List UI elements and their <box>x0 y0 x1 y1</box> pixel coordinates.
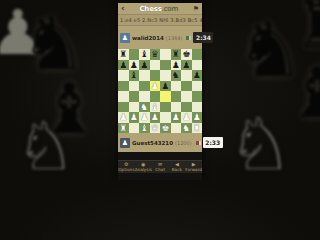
opponent-player-bar[interactable]: ♟ walid2014 (1364) 2:34 <box>118 26 202 49</box>
square-b3[interactable] <box>129 102 140 113</box>
back-label: Back <box>172 167 182 172</box>
square-e1[interactable]: ♚ <box>160 123 171 134</box>
square-b8[interactable] <box>129 49 140 60</box>
square-a6[interactable] <box>118 70 129 81</box>
black-queen-d8: ♛ <box>150 49 161 60</box>
black-pawn-a7: ♟ <box>118 60 129 71</box>
backdrop-bishop-icon: ♝ <box>286 58 320 128</box>
forward-label: Forward <box>185 167 202 172</box>
app-header: ‹ Chess.com ⚑ <box>118 3 202 15</box>
black-bishop-c8: ♝ <box>139 49 150 60</box>
square-a7[interactable]: ♟ <box>118 60 129 71</box>
square-h8[interactable] <box>192 49 203 60</box>
white-pawn-a2: ♟ <box>118 112 129 123</box>
back-icon[interactable]: ‹ <box>121 4 125 13</box>
black-pawn-c7: ♟ <box>139 60 150 71</box>
square-d6[interactable] <box>150 70 161 81</box>
white-queen-d1: ♛ <box>150 123 161 134</box>
options-label: Options <box>118 167 134 172</box>
square-c1[interactable]: ♝ <box>139 123 150 134</box>
move-list-strip[interactable]: 1.e4 e5 2.Nc3 Nf6 3.Bd3 Bc5 4.Na4 O-O 5.… <box>118 15 202 26</box>
square-h1[interactable]: ♜ <box>192 123 203 134</box>
black-rook-f8: ♜ <box>171 49 182 60</box>
white-pawn-g2: ♟ <box>181 112 192 123</box>
black-bishop-b6: ♝ <box>129 70 140 81</box>
white-rook-a1: ♜ <box>118 123 129 134</box>
player-clock-active: 2:33 <box>203 137 223 148</box>
white-rook-h1: ♜ <box>192 123 203 134</box>
player-bar[interactable]: ♟ Guest543210 (1200) 2:33 <box>118 133 202 152</box>
player-rating: (1200) <box>175 140 192 146</box>
square-b1[interactable] <box>129 123 140 134</box>
black-pawn-e5: ♟ <box>160 81 171 92</box>
square-c2[interactable]: ♟ <box>139 112 150 123</box>
white-pawn-c2: ♟ <box>139 112 150 123</box>
square-e2[interactable] <box>160 112 171 123</box>
options-button[interactable]: ⚙ Options <box>118 161 135 173</box>
white-pawn-f2: ♟ <box>171 112 182 123</box>
black-pawn-h6: ♟ <box>192 70 203 81</box>
player-country-flag-icon <box>196 141 201 145</box>
square-f7[interactable]: ♟ <box>171 60 182 71</box>
square-c4[interactable] <box>139 91 150 102</box>
black-pawn-b7: ♟ <box>129 60 140 71</box>
square-g6[interactable] <box>181 70 192 81</box>
white-pawn-b2: ♟ <box>129 112 140 123</box>
square-f8[interactable]: ♜ <box>171 49 182 60</box>
square-e6[interactable] <box>160 70 171 81</box>
square-h4[interactable] <box>192 91 203 102</box>
square-a4[interactable] <box>118 91 129 102</box>
analysis-button[interactable]: ◉ Analysis <box>135 161 152 173</box>
player-avatar[interactable]: ♟ <box>120 138 130 148</box>
black-knight-f6: ♞ <box>171 70 182 81</box>
square-c5[interactable] <box>139 81 150 92</box>
square-f5[interactable] <box>171 81 182 92</box>
opponent-clock: 2:34 <box>193 32 213 43</box>
square-a1[interactable]: ♜ <box>118 123 129 134</box>
square-e4[interactable] <box>160 91 171 102</box>
square-b5[interactable] <box>129 81 140 92</box>
backdrop-bishop-icon: ♝ <box>38 74 101 144</box>
backdrop-knight-icon: ♞ <box>236 12 304 88</box>
square-d1[interactable]: ♛ <box>150 123 161 134</box>
logo-chess-text: Chess <box>139 5 161 13</box>
square-d8[interactable]: ♛ <box>150 49 161 60</box>
white-pawn-d5: ♟ <box>150 81 161 92</box>
backdrop-white-knight-icon: ♘ <box>228 108 293 180</box>
square-d3[interactable]: ♝ <box>150 102 161 113</box>
square-e7[interactable] <box>160 60 171 71</box>
chesscom-logo: Chess.com <box>139 5 178 13</box>
square-b7[interactable]: ♟ <box>129 60 140 71</box>
phone-screenshot: ‹ Chess.com ⚑ 1.e4 e5 2.Nc3 Nf6 3.Bd3 Bc… <box>118 0 202 180</box>
white-knight-g1: ♞ <box>181 123 192 134</box>
white-pawn-h2: ♟ <box>192 112 203 123</box>
black-rook-a8: ♜ <box>118 49 129 60</box>
square-g3[interactable] <box>181 102 192 113</box>
backdrop-rook-icon: ♜ <box>294 0 320 58</box>
square-g7[interactable]: ♟ <box>181 60 192 71</box>
logo-com-text: .com <box>162 5 178 13</box>
square-a5[interactable] <box>118 81 129 92</box>
white-king-e1: ♚ <box>160 123 171 134</box>
square-f6[interactable]: ♞ <box>171 70 182 81</box>
white-bishop-d3: ♝ <box>150 102 161 113</box>
square-b2[interactable]: ♟ <box>129 112 140 123</box>
square-e3[interactable] <box>160 102 171 113</box>
move-forward-button[interactable]: ▶ Forward <box>185 161 202 173</box>
square-h7[interactable] <box>192 60 203 71</box>
chat-button[interactable]: ✉ Chat <box>152 161 169 173</box>
square-e8[interactable] <box>160 49 171 60</box>
square-g1[interactable]: ♞ <box>181 123 192 134</box>
square-f2[interactable]: ♟ <box>171 112 182 123</box>
analysis-label: Analysis <box>135 167 152 172</box>
backdrop-pawn-icon: ♟ <box>0 2 46 64</box>
white-pawn-d2: ♟ <box>150 112 161 123</box>
black-king-g8: ♚ <box>181 49 192 60</box>
chess-board[interactable]: ♜♝♛♜♚♟♟♟♟♟♝♞♟♟♟♞♝♟♟♟♟♟♟♟♜♝♛♚♞♜ <box>118 49 202 133</box>
square-b6[interactable]: ♝ <box>129 70 140 81</box>
square-d4[interactable] <box>150 91 161 102</box>
square-d5[interactable]: ♟ <box>150 81 161 92</box>
opponent-username: walid2014 <box>132 35 164 41</box>
black-pawn-g7: ♟ <box>181 60 192 71</box>
square-g5[interactable] <box>181 81 192 92</box>
backdrop-knight-icon: ♞ <box>20 6 86 80</box>
app-background-gap <box>118 152 202 160</box>
square-c3[interactable]: ♞ <box>139 102 150 113</box>
bottom-toolbar: ⚙ Options ◉ Analysis ✉ Chat ◀ Back ▶ For… <box>118 160 202 173</box>
square-h6[interactable]: ♟ <box>192 70 203 81</box>
chat-label: Chat <box>155 167 165 172</box>
square-c8[interactable]: ♝ <box>139 49 150 60</box>
square-b4[interactable] <box>129 91 140 102</box>
square-h3[interactable] <box>192 102 203 113</box>
opponent-country-flag-icon <box>186 36 191 40</box>
opponent-rating: (1364) <box>166 35 183 41</box>
square-f4[interactable] <box>171 91 182 102</box>
square-d7[interactable] <box>150 60 161 71</box>
square-c6[interactable] <box>139 70 150 81</box>
flag-report-icon[interactable]: ⚑ <box>193 5 199 13</box>
square-f3[interactable] <box>171 102 182 113</box>
square-c7[interactable]: ♟ <box>139 60 150 71</box>
white-knight-c3: ♞ <box>139 102 150 113</box>
backdrop-white-knight-icon: ♘ <box>16 114 75 180</box>
square-h5[interactable] <box>192 81 203 92</box>
square-g2[interactable]: ♟ <box>181 112 192 123</box>
square-g4[interactable] <box>181 91 192 102</box>
square-g8[interactable]: ♚ <box>181 49 192 60</box>
move-back-button[interactable]: ◀ Back <box>169 161 186 173</box>
square-a3[interactable] <box>118 102 129 113</box>
opponent-avatar[interactable]: ♟ <box>120 33 130 43</box>
white-bishop-c1: ♝ <box>139 123 150 134</box>
phone-bottom-padding <box>118 173 202 180</box>
square-f1[interactable] <box>171 123 182 134</box>
black-pawn-f7: ♟ <box>171 60 182 71</box>
player-username: Guest543210 <box>132 140 173 146</box>
square-a2[interactable]: ♟ <box>118 112 129 123</box>
square-h2[interactable]: ♟ <box>192 112 203 123</box>
square-a8[interactable]: ♜ <box>118 49 129 60</box>
square-d2[interactable]: ♟ <box>150 112 161 123</box>
square-e5[interactable]: ♟ <box>160 81 171 92</box>
